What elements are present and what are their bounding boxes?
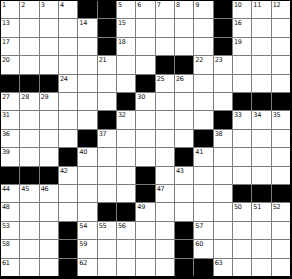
cell-r9-c7[interactable] [117, 148, 135, 165]
cell-r13-c7[interactable]: 56 [117, 222, 135, 239]
cell-r1-c1[interactable]: 1 [1, 1, 19, 18]
cell-r11-c6[interactable] [98, 185, 116, 202]
cell-r13-c5[interactable]: 54 [78, 222, 96, 239]
clue-number: 17 [2, 38, 10, 46]
clue-number: 47 [157, 185, 165, 193]
cell-r9-c5[interactable]: 40 [78, 148, 96, 165]
clue-number: 46 [41, 185, 49, 193]
clue-number: 37 [99, 130, 107, 138]
cell-r5-c10[interactable]: 26 [175, 75, 193, 92]
cell-r6-c6[interactable] [98, 93, 116, 110]
cell-r7-c14[interactable]: 34 [252, 111, 270, 128]
cell-r4-c4[interactable] [59, 56, 77, 73]
cell-r9-c3[interactable] [40, 148, 58, 165]
clue-number: 11 [253, 1, 261, 9]
cell-r6-c5[interactable] [78, 93, 96, 110]
cell-r7-c5[interactable] [78, 111, 96, 128]
cell-r13-c12[interactable] [214, 222, 232, 239]
block-r15-c10 [175, 259, 193, 276]
block-r2-c12 [214, 19, 232, 36]
cell-r2-c5[interactable]: 14 [78, 19, 96, 36]
cell-r1-c3[interactable]: 3 [40, 1, 58, 18]
clue-number: 10 [234, 1, 242, 9]
clue-number: 62 [79, 259, 87, 267]
clue-number: 36 [2, 130, 10, 138]
clue-number: 60 [195, 240, 203, 248]
cell-r3-c14[interactable] [252, 38, 270, 55]
cell-r1-c8[interactable]: 6 [136, 1, 154, 18]
cell-r10-c10[interactable]: 43 [175, 167, 193, 184]
clue-number: 13 [2, 19, 10, 27]
cell-r8-c2[interactable] [20, 130, 38, 147]
cell-r13-c15[interactable] [272, 222, 290, 239]
cell-r5-c7[interactable] [117, 75, 135, 92]
cell-r11-c2[interactable]: 45 [20, 185, 38, 202]
block-r13-c10 [175, 222, 193, 239]
cell-r1-c14[interactable]: 11 [252, 1, 270, 18]
clue-number: 3 [41, 1, 45, 9]
cell-r11-c10[interactable] [175, 185, 193, 202]
clue-number: 40 [79, 148, 87, 156]
block-r9-c4 [59, 148, 77, 165]
clue-number: 33 [234, 111, 242, 119]
block-r12-c7 [117, 203, 135, 220]
clue-number: 4 [60, 1, 64, 9]
block-r14-c4 [59, 240, 77, 257]
cell-r2-c8[interactable] [136, 19, 154, 36]
cell-r1-c7[interactable]: 5 [117, 1, 135, 18]
block-r7-c6 [98, 111, 116, 128]
cell-r7-c15[interactable]: 35 [272, 111, 290, 128]
cell-r6-c9[interactable] [156, 93, 174, 110]
cell-r8-c1[interactable]: 36 [1, 130, 19, 147]
cell-r6-c12[interactable] [214, 93, 232, 110]
block-r5-c1 [1, 75, 19, 92]
cell-r14-c2[interactable] [20, 240, 38, 257]
cell-r2-c9[interactable] [156, 19, 174, 36]
cell-r7-c11[interactable] [194, 111, 212, 128]
block-r10-c8 [136, 167, 154, 184]
cell-r4-c6[interactable]: 21 [98, 56, 116, 73]
block-r10-c2 [20, 167, 38, 184]
cell-r1-c13[interactable]: 10 [233, 1, 251, 18]
cell-r9-c1[interactable]: 39 [1, 148, 19, 165]
cell-r15-c7[interactable] [117, 259, 135, 276]
clue-number: 23 [215, 56, 223, 64]
cell-r2-c14[interactable] [252, 19, 270, 36]
cell-r8-c3[interactable] [40, 130, 58, 147]
cell-r4-c3[interactable] [40, 56, 58, 73]
cell-r4-c14[interactable] [252, 56, 270, 73]
clue-number: 57 [195, 222, 203, 230]
block-r6-c15 [272, 93, 290, 110]
cell-r3-c13[interactable]: 19 [233, 38, 251, 55]
cell-r6-c10[interactable] [175, 93, 193, 110]
cell-r3-c2[interactable] [20, 38, 38, 55]
cell-r3-c10[interactable] [175, 38, 193, 55]
block-r2-c6 [98, 19, 116, 36]
cell-r13-c9[interactable] [156, 222, 174, 239]
cell-r13-c14[interactable] [252, 222, 270, 239]
cell-r10-c11[interactable] [194, 167, 212, 184]
cell-r5-c4[interactable]: 24 [59, 75, 77, 92]
cell-r13-c8[interactable] [136, 222, 154, 239]
block-r8-c5 [78, 130, 96, 147]
cell-r11-c3[interactable]: 46 [40, 185, 58, 202]
cell-r11-c1[interactable]: 44 [1, 185, 19, 202]
cell-r5-c6[interactable] [98, 75, 116, 92]
cell-r11-c4[interactable] [59, 185, 77, 202]
cell-r11-c5[interactable] [78, 185, 96, 202]
cell-r14-c7[interactable] [117, 240, 135, 257]
cell-r6-c4[interactable] [59, 93, 77, 110]
cell-r14-c15[interactable] [272, 240, 290, 257]
block-r8-c11 [194, 130, 212, 147]
cell-r10-c9[interactable] [156, 167, 174, 184]
cell-r9-c13[interactable] [233, 148, 251, 165]
clue-number: 56 [118, 222, 126, 230]
block-r9-c10 [175, 148, 193, 165]
cell-r11-c7[interactable] [117, 185, 135, 202]
clue-number: 34 [253, 111, 261, 119]
clue-number: 58 [2, 240, 10, 248]
cell-r3-c5[interactable] [78, 38, 96, 55]
clue-number: 24 [60, 75, 68, 83]
cell-r8-c9[interactable] [156, 130, 174, 147]
cell-r2-c3[interactable] [40, 19, 58, 36]
block-r5-c3 [40, 75, 58, 92]
cell-r7-c1[interactable]: 31 [1, 111, 19, 128]
cell-r5-c9[interactable]: 25 [156, 75, 174, 92]
cell-r10-c14[interactable] [252, 167, 270, 184]
clue-number: 50 [234, 203, 242, 211]
cell-r2-c7[interactable]: 15 [117, 19, 135, 36]
cell-r15-c14[interactable] [252, 259, 270, 276]
cell-r7-c4[interactable] [59, 111, 77, 128]
cell-r9-c14[interactable] [252, 148, 270, 165]
clue-number: 30 [137, 93, 145, 101]
cell-r4-c8[interactable] [136, 56, 154, 73]
cell-r1-c15[interactable]: 12 [272, 1, 290, 18]
cell-r3-c15[interactable] [272, 38, 290, 55]
block-r4-c10 [175, 56, 193, 73]
clue-number: 26 [176, 75, 184, 83]
cell-r12-c4[interactable] [59, 203, 77, 220]
cell-r1-c11[interactable]: 9 [194, 1, 212, 18]
cell-r5-c14[interactable] [252, 75, 270, 92]
clue-number: 18 [118, 38, 126, 46]
cell-r10-c12[interactable] [214, 167, 232, 184]
cell-r6-c8[interactable]: 30 [136, 93, 154, 110]
cell-r3-c11[interactable] [194, 38, 212, 55]
cell-r3-c9[interactable] [156, 38, 174, 55]
clue-number: 6 [137, 1, 141, 9]
block-r11-c13 [233, 185, 251, 202]
cell-r7-c13[interactable]: 33 [233, 111, 251, 128]
clue-number: 9 [195, 1, 199, 9]
cell-r3-c8[interactable] [136, 38, 154, 55]
cell-r2-c1[interactable]: 13 [1, 19, 19, 36]
clue-number: 48 [2, 203, 10, 211]
block-r1-c5 [78, 1, 96, 18]
cell-r8-c8[interactable] [136, 130, 154, 147]
cell-r12-c9[interactable] [156, 203, 174, 220]
cell-r11-c12[interactable] [214, 185, 232, 202]
block-r3-c12 [214, 38, 232, 55]
clue-number: 29 [41, 93, 49, 101]
clue-number: 51 [253, 203, 261, 211]
block-r11-c14 [252, 185, 270, 202]
cell-r12-c14[interactable]: 51 [252, 203, 270, 220]
cell-r5-c15[interactable] [272, 75, 290, 92]
cell-r5-c11[interactable] [194, 75, 212, 92]
clue-number: 59 [79, 240, 87, 248]
cell-r15-c6[interactable] [98, 259, 116, 276]
cell-r15-c8[interactable] [136, 259, 154, 276]
cell-r7-c8[interactable] [136, 111, 154, 128]
clue-number: 1 [2, 1, 6, 9]
clue-number: 27 [2, 93, 10, 101]
cell-r4-c15[interactable] [272, 56, 290, 73]
clue-number: 38 [215, 130, 223, 138]
cell-r15-c9[interactable] [156, 259, 174, 276]
cell-r8-c4[interactable] [59, 130, 77, 147]
cell-r6-c11[interactable] [194, 93, 212, 110]
cell-r15-c13[interactable] [233, 259, 251, 276]
block-r13-c4 [59, 222, 77, 239]
cell-r1-c4[interactable]: 4 [59, 1, 77, 18]
cell-r8-c7[interactable] [117, 130, 135, 147]
cell-r3-c1[interactable]: 17 [1, 38, 19, 55]
cell-r3-c4[interactable] [59, 38, 77, 55]
clue-number: 15 [118, 19, 126, 27]
cell-r3-c7[interactable]: 18 [117, 38, 135, 55]
cell-r12-c5[interactable] [78, 203, 96, 220]
cell-r10-c6[interactable] [98, 167, 116, 184]
cell-r10-c4[interactable]: 42 [59, 167, 77, 184]
cell-r12-c11[interactable] [194, 203, 212, 220]
cell-r10-c13[interactable] [233, 167, 251, 184]
crossword-board: 1234567891011121314151617181920212223242… [0, 0, 292, 279]
clue-number: 14 [79, 19, 87, 27]
cell-r4-c2[interactable] [20, 56, 38, 73]
clue-number: 55 [99, 222, 107, 230]
cell-r2-c11[interactable] [194, 19, 212, 36]
cell-r1-c2[interactable]: 2 [20, 1, 38, 18]
cell-r4-c5[interactable] [78, 56, 96, 73]
block-r6-c13 [233, 93, 251, 110]
cell-r14-c13[interactable] [233, 240, 251, 257]
clue-number: 31 [2, 111, 10, 119]
cell-r13-c13[interactable] [233, 222, 251, 239]
cell-r5-c13[interactable] [233, 75, 251, 92]
cell-r13-c1[interactable]: 53 [1, 222, 19, 239]
cell-r8-c13[interactable] [233, 130, 251, 147]
cell-r9-c9[interactable] [156, 148, 174, 165]
cell-r8-c6[interactable]: 37 [98, 130, 116, 147]
cell-r12-c15[interactable]: 52 [272, 203, 290, 220]
clue-number: 12 [273, 1, 281, 9]
cell-r8-c14[interactable] [252, 130, 270, 147]
cell-r8-c12[interactable]: 38 [214, 130, 232, 147]
cell-r13-c2[interactable] [20, 222, 38, 239]
cell-r5-c12[interactable] [214, 75, 232, 92]
cell-r6-c2[interactable]: 28 [20, 93, 38, 110]
cell-r15-c5[interactable]: 62 [78, 259, 96, 276]
block-r5-c8 [136, 75, 154, 92]
cell-r6-c3[interactable]: 29 [40, 93, 58, 110]
clue-number: 54 [79, 222, 87, 230]
cell-r9-c12[interactable] [214, 148, 232, 165]
clue-number: 5 [118, 1, 122, 9]
clue-number: 44 [2, 185, 10, 193]
cell-r12-c12[interactable] [214, 203, 232, 220]
cell-r15-c1[interactable]: 61 [1, 259, 19, 276]
clue-number: 35 [273, 111, 281, 119]
clue-number: 28 [21, 93, 29, 101]
cell-r7-c2[interactable] [20, 111, 38, 128]
block-r5-c2 [20, 75, 38, 92]
clue-number: 39 [2, 148, 10, 156]
cell-r1-c9[interactable]: 7 [156, 1, 174, 18]
clue-number: 21 [99, 56, 107, 64]
cell-r12-c13[interactable]: 50 [233, 203, 251, 220]
cell-r2-c15[interactable] [272, 19, 290, 36]
block-r6-c14 [252, 93, 270, 110]
block-r10-c1 [1, 167, 19, 184]
cell-r13-c6[interactable]: 55 [98, 222, 116, 239]
cell-r10-c5[interactable] [78, 167, 96, 184]
clue-number: 20 [2, 56, 10, 64]
cell-r12-c8[interactable]: 49 [136, 203, 154, 220]
clue-number: 2 [21, 1, 25, 9]
block-r7-c12 [214, 111, 232, 128]
cell-r7-c7[interactable]: 32 [117, 111, 135, 128]
cell-r12-c1[interactable]: 48 [1, 203, 19, 220]
cell-r11-c9[interactable]: 47 [156, 185, 174, 202]
cell-r6-c1[interactable]: 27 [1, 93, 19, 110]
cell-r15-c2[interactable] [20, 259, 38, 276]
clue-number: 52 [273, 203, 281, 211]
clue-number: 32 [118, 111, 126, 119]
block-r11-c8 [136, 185, 154, 202]
cell-r4-c12[interactable]: 23 [214, 56, 232, 73]
cell-r4-c7[interactable] [117, 56, 135, 73]
block-r14-c10 [175, 240, 193, 257]
clue-number: 53 [2, 222, 10, 230]
block-r11-c15 [272, 185, 290, 202]
cell-r7-c10[interactable] [175, 111, 193, 128]
cell-r15-c3[interactable] [40, 259, 58, 276]
clue-number: 7 [157, 1, 161, 9]
cell-r3-c3[interactable] [40, 38, 58, 55]
cell-r14-c1[interactable]: 58 [1, 240, 19, 257]
cell-r4-c1[interactable]: 20 [1, 56, 19, 73]
block-r1-c12 [214, 1, 232, 18]
clue-number: 19 [234, 38, 242, 46]
clue-number: 43 [176, 167, 184, 175]
cell-r9-c8[interactable] [136, 148, 154, 165]
cell-r4-c13[interactable] [233, 56, 251, 73]
cell-r11-c11[interactable] [194, 185, 212, 202]
block-r3-c6 [98, 38, 116, 55]
cell-r14-c6[interactable] [98, 240, 116, 257]
block-r1-c6 [98, 1, 116, 18]
block-r12-c6 [98, 203, 116, 220]
block-r4-c9 [156, 56, 174, 73]
cell-r13-c11[interactable]: 57 [194, 222, 212, 239]
clue-number: 25 [157, 75, 165, 83]
cell-r8-c10[interactable] [175, 130, 193, 147]
cell-r9-c6[interactable] [98, 148, 116, 165]
block-r6-c7 [117, 93, 135, 110]
cell-r15-c15[interactable] [272, 259, 290, 276]
cell-r15-c12[interactable]: 63 [214, 259, 232, 276]
clue-number: 49 [137, 203, 145, 211]
cell-r14-c3[interactable] [40, 240, 58, 257]
cell-r12-c2[interactable] [20, 203, 38, 220]
cell-r4-c11[interactable]: 22 [194, 56, 212, 73]
cell-r7-c3[interactable] [40, 111, 58, 128]
cell-r9-c11[interactable]: 41 [194, 148, 212, 165]
cell-r14-c14[interactable] [252, 240, 270, 257]
clue-number: 42 [60, 167, 68, 175]
cell-r10-c15[interactable] [272, 167, 290, 184]
clue-number: 45 [21, 185, 29, 193]
cell-r9-c2[interactable] [20, 148, 38, 165]
cell-r14-c12[interactable] [214, 240, 232, 257]
cell-r9-c15[interactable] [272, 148, 290, 165]
cell-r12-c10[interactable] [175, 203, 193, 220]
cell-r8-c15[interactable] [272, 130, 290, 147]
cell-r1-c10[interactable]: 8 [175, 1, 193, 18]
cell-r14-c5[interactable]: 59 [78, 240, 96, 257]
block-r15-c11 [194, 259, 212, 276]
cell-r14-c8[interactable] [136, 240, 154, 257]
cell-r13-c3[interactable] [40, 222, 58, 239]
cell-r5-c5[interactable] [78, 75, 96, 92]
cell-r14-c9[interactable] [156, 240, 174, 257]
block-r15-c4 [59, 259, 77, 276]
clue-number: 61 [2, 259, 10, 267]
clue-number: 22 [195, 56, 203, 64]
clue-number: 63 [215, 259, 223, 267]
cell-r14-c11[interactable]: 60 [194, 240, 212, 257]
cell-r2-c4[interactable] [59, 19, 77, 36]
clue-number: 41 [195, 148, 203, 156]
clue-number: 8 [176, 1, 180, 9]
cell-r12-c3[interactable] [40, 203, 58, 220]
cell-r2-c10[interactable] [175, 19, 193, 36]
block-r10-c3 [40, 167, 58, 184]
cell-r7-c9[interactable] [156, 111, 174, 128]
cell-r2-c13[interactable]: 16 [233, 19, 251, 36]
cell-r2-c2[interactable] [20, 19, 38, 36]
cell-r10-c7[interactable] [117, 167, 135, 184]
clue-number: 16 [234, 19, 242, 27]
